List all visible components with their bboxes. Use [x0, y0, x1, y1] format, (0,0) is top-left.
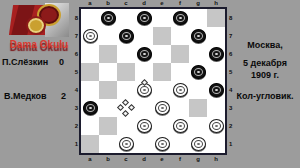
square-e2[interactable]	[153, 117, 171, 135]
square-f5[interactable]	[171, 63, 189, 81]
square-h5[interactable]	[207, 63, 225, 81]
file-label-e: e	[153, 156, 171, 163]
white-man-f2[interactable]	[173, 119, 188, 133]
right-panel: Москва, 5 декабря 1909 г. Кол-угловик.	[230, 0, 300, 168]
event-date-day: 5 декабря	[230, 58, 300, 68]
square-g6[interactable]	[189, 45, 207, 63]
file-label-h: h	[207, 156, 225, 163]
dama-okulu-logo	[9, 2, 69, 38]
file-label-c: c	[117, 156, 135, 163]
file-label-g: g	[189, 156, 207, 163]
rank-label-3: 3	[72, 99, 78, 117]
square-f4[interactable]	[171, 81, 189, 99]
white-man-e3[interactable]	[155, 101, 170, 115]
square-c5[interactable]	[117, 63, 135, 81]
square-e3[interactable]	[153, 99, 171, 117]
square-e1[interactable]	[153, 135, 171, 153]
compass-marker	[118, 100, 134, 116]
square-c1[interactable]	[117, 135, 135, 153]
square-d7[interactable]	[135, 27, 153, 45]
player-white-score: 0	[59, 57, 64, 67]
left-panel: Dama Okulu П.Слёзкин 0 В.Медков 2	[0, 0, 72, 168]
player-black-name: В.Медков	[4, 91, 47, 101]
square-a1[interactable]	[81, 135, 99, 153]
square-b3[interactable]	[99, 99, 117, 117]
square-g8[interactable]	[189, 9, 207, 27]
square-b2[interactable]	[99, 117, 117, 135]
file-label-c: c	[117, 0, 135, 7]
square-e7[interactable]	[153, 27, 171, 45]
square-h1[interactable]	[207, 135, 225, 153]
square-h4[interactable]	[207, 81, 225, 99]
rank-labels-left: 87654321	[72, 9, 78, 153]
file-label-b: b	[99, 156, 117, 163]
white-man-d4[interactable]	[137, 83, 152, 97]
file-labels-top: abcdefgh	[81, 0, 225, 7]
square-a6[interactable]	[81, 45, 99, 63]
player-white-name: П.Слёзкин	[2, 57, 48, 67]
opening-name: Кол-угловик.	[230, 91, 300, 101]
square-f8[interactable]	[171, 9, 189, 27]
square-h7[interactable]	[207, 27, 225, 45]
black-man-h4[interactable]	[209, 83, 224, 97]
file-label-e: e	[153, 0, 171, 7]
square-b1[interactable]	[99, 135, 117, 153]
square-e5[interactable]	[153, 63, 171, 81]
move-arrow-marker	[140, 79, 147, 86]
file-label-a: a	[81, 0, 99, 7]
file-label-f: f	[171, 0, 189, 7]
square-d2[interactable]	[135, 117, 153, 135]
board-grid	[79, 7, 227, 155]
square-c2[interactable]	[117, 117, 135, 135]
file-label-g: g	[189, 0, 207, 7]
checkers-diagram: Dama Okulu П.Слёзкин 0 В.Медков 2 abcdef…	[0, 0, 300, 168]
file-label-h: h	[207, 0, 225, 7]
square-d4[interactable]	[135, 81, 153, 99]
square-b5[interactable]	[99, 63, 117, 81]
black-man-g5[interactable]	[191, 65, 206, 79]
black-man-h6[interactable]	[209, 47, 224, 61]
square-a8[interactable]	[81, 9, 99, 27]
white-man-d2[interactable]	[137, 119, 152, 133]
black-man-d8[interactable]	[137, 11, 152, 25]
square-f2[interactable]	[171, 117, 189, 135]
rank-label-6: 6	[72, 45, 78, 63]
square-g1[interactable]	[189, 135, 207, 153]
square-g7[interactable]	[189, 27, 207, 45]
rank-label-7: 7	[72, 27, 78, 45]
square-a2[interactable]	[81, 117, 99, 135]
square-e4[interactable]	[153, 81, 171, 99]
black-man-a3[interactable]	[83, 101, 98, 115]
logo-title: Dama Okulu	[0, 39, 78, 50]
square-d3[interactable]	[135, 99, 153, 117]
black-man-b8[interactable]	[101, 11, 116, 25]
white-man-e1[interactable]	[155, 137, 170, 151]
white-man-c1[interactable]	[119, 137, 134, 151]
square-h8[interactable]	[207, 9, 225, 27]
rank-label-8: 8	[72, 9, 78, 27]
square-c6[interactable]	[117, 45, 135, 63]
event-city: Москва,	[230, 40, 300, 50]
square-h3[interactable]	[207, 99, 225, 117]
square-g3[interactable]	[189, 99, 207, 117]
rank-label-2: 2	[72, 117, 78, 135]
square-c8[interactable]	[117, 9, 135, 27]
square-c4[interactable]	[117, 81, 135, 99]
white-man-f4[interactable]	[173, 83, 188, 97]
event-date-year: 1909 г.	[230, 70, 300, 80]
white-man-a7[interactable]	[83, 29, 98, 43]
square-b8[interactable]	[99, 9, 117, 27]
rank-label-1: 1	[72, 135, 78, 153]
square-g4[interactable]	[189, 81, 207, 99]
square-d8[interactable]	[135, 9, 153, 27]
file-label-f: f	[171, 156, 189, 163]
square-f1[interactable]	[171, 135, 189, 153]
square-g5[interactable]	[189, 63, 207, 81]
square-d1[interactable]	[135, 135, 153, 153]
square-f3[interactable]	[171, 99, 189, 117]
square-c3[interactable]	[117, 99, 135, 117]
gold-checker-coin-icon	[26, 16, 46, 35]
player-white-row: П.Слёзкин 0	[2, 57, 64, 67]
square-d6[interactable]	[135, 45, 153, 63]
rank-label-5: 5	[72, 63, 78, 81]
file-label-b: b	[99, 0, 117, 7]
player-black-score: 2	[61, 91, 66, 101]
square-h2[interactable]	[207, 117, 225, 135]
square-g2[interactable]	[189, 117, 207, 135]
board-block: abcdefgh 87654321 87654321 abcdefgh	[72, 0, 234, 168]
square-f7[interactable]	[171, 27, 189, 45]
file-label-a: a	[81, 156, 99, 163]
file-labels-bottom: abcdefgh	[81, 156, 225, 163]
square-e6[interactable]	[153, 45, 171, 63]
square-b6[interactable]	[99, 45, 117, 63]
black-man-c7[interactable]	[119, 29, 134, 43]
file-label-d: d	[135, 156, 153, 163]
square-e8[interactable]	[153, 9, 171, 27]
square-a4[interactable]	[81, 81, 99, 99]
square-c7[interactable]	[117, 27, 135, 45]
square-a3[interactable]	[81, 99, 99, 117]
white-man-g1[interactable]	[191, 137, 206, 151]
square-f6[interactable]	[171, 45, 189, 63]
rank-label-4: 4	[72, 81, 78, 99]
black-man-f8[interactable]	[173, 11, 188, 25]
file-label-d: d	[135, 0, 153, 7]
square-h6[interactable]	[207, 45, 225, 63]
black-man-g7[interactable]	[191, 29, 206, 43]
white-man-h2[interactable]	[209, 119, 224, 133]
square-a7[interactable]	[81, 27, 99, 45]
square-a5[interactable]	[81, 63, 99, 81]
black-man-d6[interactable]	[137, 47, 152, 61]
square-b7[interactable]	[99, 27, 117, 45]
player-black-row: В.Медков 2	[4, 91, 66, 101]
square-b4[interactable]	[99, 81, 117, 99]
